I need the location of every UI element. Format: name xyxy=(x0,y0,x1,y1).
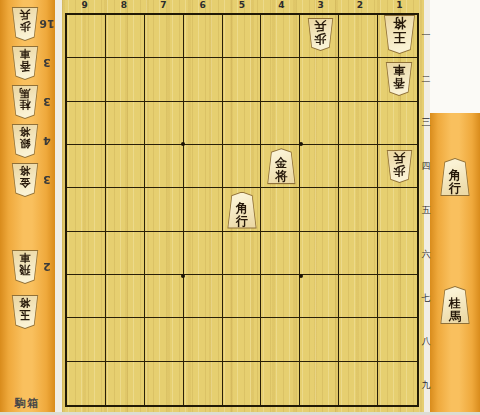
hand-piece-wrap: 玉将 xyxy=(11,295,39,329)
board-square-5-8[interactable] xyxy=(223,318,262,361)
gote-capture-tray: 駒箱 16歩兵3香車3桂馬4銀将3金将2飛車玉将 xyxy=(0,0,55,412)
board-square-2-8[interactable] xyxy=(339,318,378,361)
board-square-8-8[interactable] xyxy=(106,318,145,361)
hand-piece-wrap: 銀将 xyxy=(11,124,39,158)
board-square-8-2[interactable] xyxy=(106,58,145,101)
board-square-5-3[interactable] xyxy=(223,102,262,145)
board-square-4-1[interactable] xyxy=(261,15,300,58)
file-label-4: 4 xyxy=(271,0,291,10)
piece-kanji: 将 xyxy=(393,16,406,30)
board-square-4-3[interactable] xyxy=(261,102,300,145)
board-square-4-6[interactable] xyxy=(261,232,300,275)
file-label-2: 2 xyxy=(350,0,370,10)
board-wood-block: 987654321 一二三四五六七八九 歩兵王将香車歩兵金将角行 xyxy=(62,0,424,412)
rank-labels: 一二三四五六七八九 xyxy=(419,13,433,407)
board-square-4-8[interactable] xyxy=(261,318,300,361)
board-square-6-8[interactable] xyxy=(184,318,223,361)
file-labels: 987654321 xyxy=(65,0,419,13)
board-square-8-1[interactable] xyxy=(106,15,145,58)
board-square-9-1[interactable] xyxy=(67,15,106,58)
piece-kanji: 馬 xyxy=(20,86,31,98)
piece-kanji: 車 xyxy=(393,63,405,76)
board-square-6-7[interactable] xyxy=(184,275,223,318)
rank-label-三: 三 xyxy=(419,116,433,129)
board-square-7-9[interactable] xyxy=(145,362,184,405)
piece-kanji: 兵 xyxy=(20,8,31,20)
board-square-5-6[interactable] xyxy=(223,232,262,275)
shogi-board: 歩兵王将香車歩兵金将角行 xyxy=(65,13,419,407)
piece-kanji: 銀 xyxy=(20,137,31,149)
hand-count: 3 xyxy=(39,95,55,108)
board-square-3-3[interactable] xyxy=(300,102,339,145)
hand-slot-歩兵[interactable]: 16歩兵 xyxy=(0,5,55,43)
board-square-7-5[interactable] xyxy=(145,188,184,231)
shogi-piece-玉将[interactable]: 玉将 xyxy=(11,295,39,329)
board-square-6-3[interactable] xyxy=(184,102,223,145)
piece-kanji: 香 xyxy=(393,76,405,89)
hand-slot-飛車[interactable]: 2飛車 xyxy=(0,248,55,286)
board-square-2-1[interactable] xyxy=(339,15,378,58)
shogi-piece-金将[interactable]: 金将 xyxy=(11,163,39,197)
board-square-6-4[interactable] xyxy=(184,145,223,188)
board-square-4-5[interactable] xyxy=(261,188,300,231)
file-label-7: 7 xyxy=(153,0,173,10)
board-square-5-2[interactable] xyxy=(223,58,262,101)
shogi-piece-歩兵[interactable]: 歩兵 xyxy=(11,7,39,41)
hand-piece-wrap: 桂馬 xyxy=(11,85,39,119)
board-square-2-4[interactable] xyxy=(339,145,378,188)
shogi-piece-桂馬[interactable]: 桂馬 xyxy=(440,286,471,324)
piece-kanji: 行 xyxy=(449,182,461,195)
board-square-2-9[interactable] xyxy=(339,362,378,405)
board-square-6-5[interactable] xyxy=(184,188,223,231)
board-square-3-9[interactable] xyxy=(300,362,339,405)
board-square-1-6[interactable] xyxy=(378,232,417,275)
file-label-8: 8 xyxy=(114,0,134,10)
board-square-9-2[interactable] xyxy=(67,58,106,101)
board-square-3-6[interactable] xyxy=(300,232,339,275)
file-label-3: 3 xyxy=(311,0,331,10)
board-square-8-7[interactable] xyxy=(106,275,145,318)
hand-count: 2 xyxy=(39,260,55,273)
piece-kanji: 香 xyxy=(20,59,31,71)
board-square-5-9[interactable] xyxy=(223,362,262,405)
piece-kanji: 車 xyxy=(20,47,31,59)
board-square-9-7[interactable] xyxy=(67,275,106,318)
shogi-piece-桂馬[interactable]: 桂馬 xyxy=(11,85,39,119)
board-square-1-5[interactable] xyxy=(378,188,417,231)
board-square-8-4[interactable] xyxy=(106,145,145,188)
file-label-1: 1 xyxy=(389,0,409,10)
piece-box-label: 駒箱 xyxy=(15,396,39,411)
board-square-2-3[interactable] xyxy=(339,102,378,145)
rank-label-五: 五 xyxy=(419,204,433,217)
board-square-7-1[interactable] xyxy=(145,15,184,58)
board-square-2-6[interactable] xyxy=(339,232,378,275)
hand-slot-桂馬[interactable]: 3桂馬 xyxy=(0,83,55,121)
piece-kanji: 兵 xyxy=(393,151,405,164)
hand-piece-wrap: 歩兵 xyxy=(11,7,39,41)
hand-slot-玉将[interactable]: 玉将 xyxy=(0,293,55,331)
piece-kanji: 王 xyxy=(393,30,406,44)
file-label-6: 6 xyxy=(193,0,213,10)
hoshi-dot xyxy=(181,274,185,278)
board-square-1-7[interactable] xyxy=(378,275,417,318)
board-square-8-5[interactable] xyxy=(106,188,145,231)
piece-kanji: 将 xyxy=(20,296,31,308)
board-square-6-6[interactable] xyxy=(184,232,223,275)
board-square-3-2[interactable] xyxy=(300,58,339,101)
shogi-piece-飛車[interactable]: 飛車 xyxy=(11,250,39,284)
board-square-2-2[interactable] xyxy=(339,58,378,101)
rank-label-七: 七 xyxy=(419,292,433,305)
board-square-9-4[interactable] xyxy=(67,145,106,188)
board-square-3-8[interactable] xyxy=(300,318,339,361)
rank-label-六: 六 xyxy=(419,248,433,261)
board-square-9-8[interactable] xyxy=(67,318,106,361)
piece-kanji: 歩 xyxy=(393,164,405,177)
piece-kanji: 桂 xyxy=(20,98,31,110)
board-square-9-9[interactable] xyxy=(67,362,106,405)
piece-kanji: 歩 xyxy=(20,20,31,32)
board-square-6-2[interactable] xyxy=(184,58,223,101)
rank-label-八: 八 xyxy=(419,335,433,348)
hand-piece-wrap: 桂馬 xyxy=(440,286,471,324)
hand-slot-銀将[interactable]: 4銀将 xyxy=(0,122,55,160)
piece-kanji: 将 xyxy=(20,164,31,176)
file-label-5: 5 xyxy=(232,0,252,10)
hand-piece-wrap: 飛車 xyxy=(11,250,39,284)
hand-piece-wrap: 角行 xyxy=(440,158,471,196)
piece-kanji: 行 xyxy=(236,215,248,228)
hand-piece-wrap: 香車 xyxy=(11,46,39,80)
shogi-piece-銀将[interactable]: 銀将 xyxy=(11,124,39,158)
board-square-3-4[interactable] xyxy=(300,145,339,188)
board-square-1-8[interactable] xyxy=(378,318,417,361)
board-square-6-1[interactable] xyxy=(184,15,223,58)
piece-kanji: 角 xyxy=(236,202,248,215)
board-square-9-5[interactable] xyxy=(67,188,106,231)
board-square-8-9[interactable] xyxy=(106,362,145,405)
hoshi-dot xyxy=(299,274,303,278)
hand-count: 4 xyxy=(39,134,55,147)
board-square-7-6[interactable] xyxy=(145,232,184,275)
right-top-gap xyxy=(430,0,480,113)
hand-slot-香車[interactable]: 3香車 xyxy=(0,44,55,82)
board-square-4-9[interactable] xyxy=(261,362,300,405)
rank-label-九: 九 xyxy=(419,379,433,392)
shogi-piece-香車[interactable]: 香車 xyxy=(11,46,39,80)
board-square-8-6[interactable] xyxy=(106,232,145,275)
piece-kanji: 車 xyxy=(20,251,31,263)
board-square-7-3[interactable] xyxy=(145,102,184,145)
board-square-2-7[interactable] xyxy=(339,275,378,318)
hand-count: 3 xyxy=(39,173,55,186)
board-square-6-9[interactable] xyxy=(184,362,223,405)
shogi-piece-角行[interactable]: 角行 xyxy=(440,158,471,196)
board-square-9-6[interactable] xyxy=(67,232,106,275)
piece-kanji: 金 xyxy=(20,176,31,188)
hand-slot-金将[interactable]: 3金将 xyxy=(0,161,55,199)
sente-hand-slot-角行[interactable]: 角行 xyxy=(430,158,480,196)
board-square-5-7[interactable] xyxy=(223,275,262,318)
board-square-7-4[interactable] xyxy=(145,145,184,188)
board-square-2-5[interactable] xyxy=(339,188,378,231)
board-square-7-8[interactable] xyxy=(145,318,184,361)
left-gap xyxy=(55,0,62,412)
rank-label-四: 四 xyxy=(419,160,433,173)
board-square-1-3[interactable] xyxy=(378,102,417,145)
piece-kanji: 飛 xyxy=(20,263,31,275)
hand-piece-wrap: 金将 xyxy=(11,163,39,197)
board-square-4-7[interactable] xyxy=(261,275,300,318)
board-square-3-7[interactable] xyxy=(300,275,339,318)
piece-kanji: 歩 xyxy=(315,32,327,45)
board-square-7-7[interactable] xyxy=(145,275,184,318)
sente-capture-tray: 角行桂馬 xyxy=(430,113,480,412)
board-square-7-2[interactable] xyxy=(145,58,184,101)
board-square-1-9[interactable] xyxy=(378,362,417,405)
sente-hand-slot-桂馬[interactable]: 桂馬 xyxy=(430,286,480,324)
hand-count: 16 xyxy=(39,17,55,30)
rank-label-一: 一 xyxy=(419,29,433,42)
board-square-4-2[interactable] xyxy=(261,58,300,101)
file-label-9: 9 xyxy=(75,0,95,10)
rank-label-二: 二 xyxy=(419,73,433,86)
board-square-8-3[interactable] xyxy=(106,102,145,145)
board-square-5-4[interactable] xyxy=(223,145,262,188)
board-square-3-5[interactable] xyxy=(300,188,339,231)
piece-kanji: 兵 xyxy=(315,19,327,32)
piece-kanji: 玉 xyxy=(20,308,31,320)
piece-kanji: 将 xyxy=(275,170,287,183)
hand-count: 3 xyxy=(39,56,55,69)
piece-kanji: 馬 xyxy=(449,310,461,323)
board-square-5-1[interactable] xyxy=(223,15,262,58)
piece-kanji: 将 xyxy=(20,125,31,137)
board-square-9-3[interactable] xyxy=(67,102,106,145)
